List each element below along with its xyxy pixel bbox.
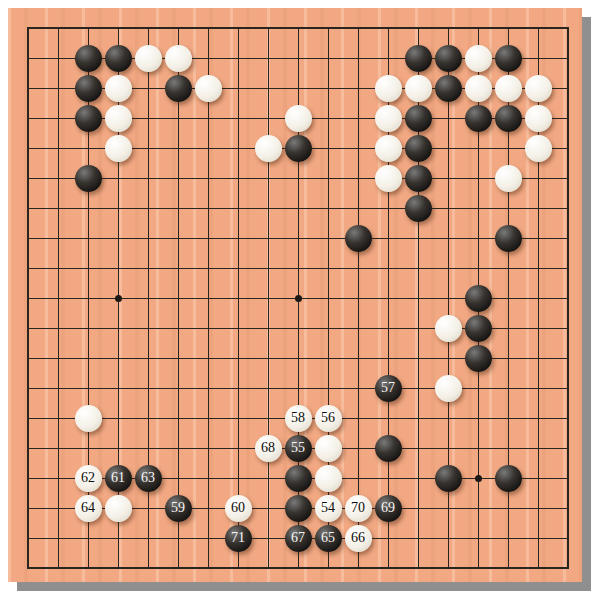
- black-stone[interactable]: [375, 435, 402, 462]
- move-number: 62: [81, 471, 95, 485]
- black-stone[interactable]: [405, 45, 432, 72]
- white-stone[interactable]: 68: [255, 435, 282, 462]
- move-number: 65: [321, 531, 335, 545]
- move-number: 57: [381, 381, 395, 395]
- black-stone[interactable]: [75, 75, 102, 102]
- move-number: 56: [321, 411, 335, 425]
- move-number: 71: [231, 531, 245, 545]
- white-stone[interactable]: 60: [225, 495, 252, 522]
- black-stone[interactable]: [75, 165, 102, 192]
- white-stone[interactable]: [375, 75, 402, 102]
- white-stone[interactable]: [75, 405, 102, 432]
- black-stone[interactable]: [465, 315, 492, 342]
- move-number: 60: [231, 501, 245, 515]
- black-stone[interactable]: [105, 45, 132, 72]
- white-stone[interactable]: [435, 375, 462, 402]
- move-number: 68: [261, 441, 275, 455]
- white-stone[interactable]: [525, 75, 552, 102]
- white-stone[interactable]: [435, 315, 462, 342]
- white-stone[interactable]: [105, 105, 132, 132]
- black-stone[interactable]: [435, 75, 462, 102]
- black-stone[interactable]: [75, 105, 102, 132]
- white-stone[interactable]: [525, 105, 552, 132]
- white-stone[interactable]: 62: [75, 465, 102, 492]
- black-stone[interactable]: [495, 105, 522, 132]
- black-stone[interactable]: 69: [375, 495, 402, 522]
- white-stone[interactable]: [375, 165, 402, 192]
- white-stone[interactable]: 66: [345, 525, 372, 552]
- star-point: [115, 295, 122, 302]
- white-stone[interactable]: [285, 105, 312, 132]
- black-stone[interactable]: 57: [375, 375, 402, 402]
- white-stone[interactable]: [465, 45, 492, 72]
- grid-line-vertical: [358, 27, 359, 569]
- white-stone[interactable]: 54: [315, 495, 342, 522]
- black-stone[interactable]: [495, 45, 522, 72]
- move-number: 55: [291, 441, 305, 455]
- star-point: [475, 475, 482, 482]
- move-number: 69: [381, 501, 395, 515]
- move-number: 58: [291, 411, 305, 425]
- grid-line-horizontal: [27, 567, 569, 569]
- move-number: 70: [351, 501, 365, 515]
- white-stone[interactable]: [105, 495, 132, 522]
- black-stone[interactable]: [75, 45, 102, 72]
- go-board[interactable]: 575856685562616364596054706971676566: [8, 8, 582, 582]
- black-stone[interactable]: [435, 45, 462, 72]
- grid-line-horizontal: [27, 388, 569, 389]
- white-stone[interactable]: [105, 75, 132, 102]
- white-stone[interactable]: [375, 135, 402, 162]
- white-stone[interactable]: [315, 465, 342, 492]
- white-stone[interactable]: [375, 105, 402, 132]
- black-stone[interactable]: 67: [285, 525, 312, 552]
- white-stone[interactable]: [465, 75, 492, 102]
- black-stone[interactable]: [405, 135, 432, 162]
- black-stone[interactable]: [285, 465, 312, 492]
- black-stone[interactable]: 59: [165, 495, 192, 522]
- black-stone[interactable]: [495, 225, 522, 252]
- black-stone[interactable]: [405, 105, 432, 132]
- move-number: 59: [171, 501, 185, 515]
- white-stone[interactable]: [195, 75, 222, 102]
- white-stone[interactable]: [315, 435, 342, 462]
- white-stone[interactable]: [165, 45, 192, 72]
- grid-line-vertical: [567, 27, 569, 569]
- white-stone[interactable]: [135, 45, 162, 72]
- move-number: 66: [351, 531, 365, 545]
- white-stone[interactable]: 58: [285, 405, 312, 432]
- black-stone[interactable]: [495, 465, 522, 492]
- black-stone[interactable]: 63: [135, 465, 162, 492]
- move-number: 61: [111, 471, 125, 485]
- page: 575856685562616364596054706971676566: [0, 0, 600, 600]
- black-stone[interactable]: [285, 135, 312, 162]
- black-stone[interactable]: 55: [285, 435, 312, 462]
- move-number: 63: [141, 471, 155, 485]
- black-stone[interactable]: [165, 75, 192, 102]
- black-stone[interactable]: [345, 225, 372, 252]
- white-stone[interactable]: 64: [75, 495, 102, 522]
- star-point: [295, 295, 302, 302]
- white-stone[interactable]: [495, 165, 522, 192]
- white-stone[interactable]: [105, 135, 132, 162]
- move-number: 54: [321, 501, 335, 515]
- black-stone[interactable]: [405, 165, 432, 192]
- black-stone[interactable]: [435, 465, 462, 492]
- black-stone[interactable]: 71: [225, 525, 252, 552]
- black-stone[interactable]: [405, 195, 432, 222]
- black-stone[interactable]: [465, 345, 492, 372]
- white-stone[interactable]: [405, 75, 432, 102]
- move-number: 64: [81, 501, 95, 515]
- white-stone[interactable]: [525, 135, 552, 162]
- white-stone[interactable]: 56: [315, 405, 342, 432]
- white-stone[interactable]: 70: [345, 495, 372, 522]
- black-stone[interactable]: 65: [315, 525, 342, 552]
- white-stone[interactable]: [255, 135, 282, 162]
- move-number: 67: [291, 531, 305, 545]
- black-stone[interactable]: [465, 285, 492, 312]
- black-stone[interactable]: [285, 495, 312, 522]
- black-stone[interactable]: 61: [105, 465, 132, 492]
- white-stone[interactable]: [495, 75, 522, 102]
- black-stone[interactable]: [465, 105, 492, 132]
